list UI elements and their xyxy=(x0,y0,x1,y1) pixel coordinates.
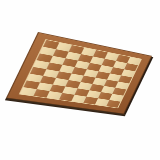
chess-board xyxy=(6,32,152,114)
product-photo-background xyxy=(0,0,160,160)
square xyxy=(106,100,120,108)
